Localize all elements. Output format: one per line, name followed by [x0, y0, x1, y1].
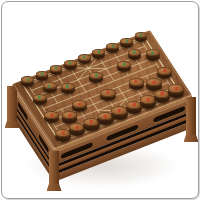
piece-top-炮 [146, 78, 162, 86]
piece-character-mark [45, 84, 53, 88]
piece-red-soldier[interactable] [44, 111, 59, 123]
piece-character-mark [157, 91, 167, 96]
piece-character-mark [35, 95, 44, 99]
piece-black-horse[interactable] [36, 71, 49, 81]
piece-top-兵 [72, 100, 87, 108]
piece-top-馬 [120, 38, 133, 44]
piece-black-advisor[interactable] [64, 60, 77, 70]
piece-character-mark [92, 73, 101, 77]
piece-top-士 [64, 60, 77, 66]
leg-foot [5, 121, 20, 128]
piece-character-mark [100, 114, 110, 119]
piece-character-mark [66, 61, 74, 65]
piece-character-mark [63, 84, 72, 88]
piece-top-卒 [89, 72, 103, 79]
piece-character-mark [143, 97, 153, 102]
piece-character-mark [137, 33, 145, 37]
piece-black-soldier[interactable] [61, 83, 75, 94]
piece-top-車 [21, 76, 34, 82]
xiangqi-table-scene [2, 2, 198, 198]
piece-black-soldier[interactable] [117, 61, 131, 72]
piece-red-soldier[interactable] [100, 89, 115, 101]
piece-black-chariot[interactable] [135, 32, 148, 42]
leg-foot [47, 184, 62, 191]
leg-foot [184, 135, 199, 142]
piece-character-mark [38, 72, 46, 76]
piece-character-mark [130, 50, 138, 54]
piece-character-mark [160, 68, 170, 73]
piece-character-mark [95, 50, 103, 54]
piece-black-elephant[interactable] [50, 65, 63, 75]
piece-character-mark [75, 102, 85, 107]
piece-red-soldier[interactable] [129, 78, 144, 90]
piece-black-soldier[interactable] [33, 94, 47, 105]
piece-top-兵 [157, 67, 172, 75]
piece-black-cannon[interactable] [128, 49, 142, 60]
piece-character-mark [58, 130, 68, 135]
piece-top-車 [168, 84, 185, 92]
piece-character-mark [24, 78, 32, 82]
piece-character-mark [109, 44, 117, 48]
piece-black-general[interactable] [78, 54, 91, 64]
table-leg [49, 151, 59, 191]
piece-top-卒 [117, 61, 131, 68]
piece-top-卒 [33, 94, 47, 101]
piece-top-將 [78, 54, 91, 60]
piece-character-mark [52, 66, 60, 70]
piece-black-advisor[interactable] [92, 49, 105, 59]
piece-black-soldier[interactable] [146, 49, 160, 60]
piece-black-horse[interactable] [120, 38, 133, 48]
piece-character-mark [86, 119, 96, 124]
piece-character-mark [131, 79, 141, 84]
piece-top-士 [92, 49, 105, 55]
piece-character-mark [171, 86, 181, 91]
piece-black-chariot[interactable] [21, 76, 34, 86]
piece-red-chariot[interactable] [168, 84, 185, 97]
piece-character-mark [123, 39, 131, 43]
piece-black-cannon[interactable] [43, 82, 57, 93]
product-photo-card [1, 1, 199, 199]
piece-top-卒 [61, 83, 75, 90]
piece-character-mark [129, 102, 139, 107]
piece-character-mark [103, 90, 113, 95]
piece-character-mark [148, 51, 157, 55]
piece-character-mark [65, 113, 75, 118]
piece-character-mark [80, 55, 88, 59]
piece-top-兵 [100, 89, 115, 97]
table-leg [186, 97, 196, 142]
piece-character-mark [47, 113, 57, 118]
piece-top-兵 [44, 111, 59, 119]
table-leg [7, 86, 17, 128]
piece-top-兵 [129, 78, 144, 86]
piece-black-elephant[interactable] [106, 43, 119, 53]
piece-top-砲 [43, 82, 57, 89]
piece-character-mark [120, 62, 129, 66]
piece-black-soldier[interactable] [89, 72, 103, 83]
piece-character-mark [114, 108, 124, 113]
piece-top-象 [50, 65, 63, 71]
piece-character-mark [149, 80, 159, 85]
piece-character-mark [72, 125, 82, 130]
